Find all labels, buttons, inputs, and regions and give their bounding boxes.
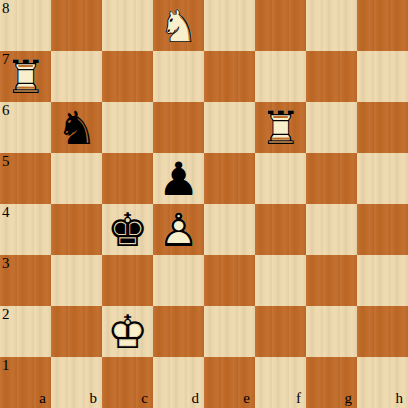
rank-label-2: 2 (2, 307, 10, 322)
file-label-d: d (192, 391, 200, 406)
square-h2[interactable] (357, 306, 408, 357)
file-label-g: g (345, 391, 353, 406)
square-a6[interactable]: 6 (0, 102, 51, 153)
square-f7[interactable] (255, 51, 306, 102)
square-a1[interactable]: 1a (0, 357, 51, 408)
square-e5[interactable] (204, 153, 255, 204)
rank-label-1: 1 (2, 358, 10, 373)
square-f5[interactable] (255, 153, 306, 204)
square-h4[interactable] (357, 204, 408, 255)
square-h8[interactable] (357, 0, 408, 51)
square-b7[interactable] (51, 51, 102, 102)
square-e6[interactable] (204, 102, 255, 153)
rank-label-3: 3 (2, 256, 10, 271)
square-g4[interactable] (306, 204, 357, 255)
square-a7[interactable]: 7♜♖ (0, 51, 51, 102)
rank-label-6: 6 (2, 103, 10, 118)
square-e7[interactable] (204, 51, 255, 102)
square-b4[interactable] (51, 204, 102, 255)
square-d7[interactable] (153, 51, 204, 102)
square-c5[interactable] (102, 153, 153, 204)
square-a4[interactable]: 4 (0, 204, 51, 255)
square-e8[interactable] (204, 0, 255, 51)
square-d5[interactable]: ♟ (153, 153, 204, 204)
rank-label-7: 7 (2, 52, 10, 67)
white-rook-outline-glyph: ♖ (255, 102, 306, 153)
square-c3[interactable] (102, 255, 153, 306)
piece-white-king[interactable]: ♚♔ (102, 306, 153, 357)
square-f4[interactable] (255, 204, 306, 255)
square-a5[interactable]: 5 (0, 153, 51, 204)
square-f6[interactable]: ♜♖ (255, 102, 306, 153)
square-h6[interactable] (357, 102, 408, 153)
file-label-a: a (39, 391, 46, 406)
chessboard: 8♞♘7♜♖6♞♜♖5♟4♚♟♙32♚♔1abcdefgh (0, 0, 408, 408)
square-d4[interactable]: ♟♙ (153, 204, 204, 255)
square-b8[interactable] (51, 0, 102, 51)
square-e1[interactable]: e (204, 357, 255, 408)
piece-white-rook[interactable]: ♜♖ (255, 102, 306, 153)
square-c1[interactable]: c (102, 357, 153, 408)
square-f3[interactable] (255, 255, 306, 306)
square-a8[interactable]: 8 (0, 0, 51, 51)
square-f2[interactable] (255, 306, 306, 357)
square-h5[interactable] (357, 153, 408, 204)
square-c8[interactable] (102, 0, 153, 51)
square-d2[interactable] (153, 306, 204, 357)
white-pawn-outline-glyph: ♙ (153, 204, 204, 255)
rank-label-8: 8 (2, 1, 10, 16)
rank-label-5: 5 (2, 154, 10, 169)
square-g1[interactable]: g (306, 357, 357, 408)
square-b3[interactable] (51, 255, 102, 306)
square-c7[interactable] (102, 51, 153, 102)
square-b2[interactable] (51, 306, 102, 357)
square-a3[interactable]: 3 (0, 255, 51, 306)
rank-label-4: 4 (2, 205, 10, 220)
square-d3[interactable] (153, 255, 204, 306)
piece-white-pawn[interactable]: ♟♙ (153, 204, 204, 255)
square-c4[interactable]: ♚ (102, 204, 153, 255)
black-pawn-glyph: ♟ (153, 153, 204, 204)
piece-black-pawn[interactable]: ♟ (153, 153, 204, 204)
square-h3[interactable] (357, 255, 408, 306)
square-e3[interactable] (204, 255, 255, 306)
square-g2[interactable] (306, 306, 357, 357)
square-h1[interactable]: h (357, 357, 408, 408)
piece-black-knight[interactable]: ♞ (51, 102, 102, 153)
square-f1[interactable]: f (255, 357, 306, 408)
square-a2[interactable]: 2 (0, 306, 51, 357)
square-b1[interactable]: b (51, 357, 102, 408)
file-label-f: f (296, 391, 301, 406)
square-f8[interactable] (255, 0, 306, 51)
square-d1[interactable]: d (153, 357, 204, 408)
square-g3[interactable] (306, 255, 357, 306)
square-e4[interactable] (204, 204, 255, 255)
square-c6[interactable] (102, 102, 153, 153)
square-d6[interactable] (153, 102, 204, 153)
square-g5[interactable] (306, 153, 357, 204)
square-c2[interactable]: ♚♔ (102, 306, 153, 357)
piece-white-knight[interactable]: ♞♘ (153, 0, 204, 51)
square-g8[interactable] (306, 0, 357, 51)
file-label-h: h (396, 391, 404, 406)
file-label-e: e (243, 391, 250, 406)
square-h7[interactable] (357, 51, 408, 102)
square-b6[interactable]: ♞ (51, 102, 102, 153)
square-b5[interactable] (51, 153, 102, 204)
white-king-outline-glyph: ♔ (102, 306, 153, 357)
square-d8[interactable]: ♞♘ (153, 0, 204, 51)
square-g7[interactable] (306, 51, 357, 102)
file-label-b: b (90, 391, 98, 406)
black-king-glyph: ♚ (102, 204, 153, 255)
piece-black-king[interactable]: ♚ (102, 204, 153, 255)
square-g6[interactable] (306, 102, 357, 153)
square-e2[interactable] (204, 306, 255, 357)
black-knight-glyph: ♞ (51, 102, 102, 153)
file-label-c: c (141, 391, 148, 406)
white-knight-outline-glyph: ♘ (153, 0, 204, 51)
chess-diagram: 8♞♘7♜♖6♞♜♖5♟4♚♟♙32♚♔1abcdefgh (0, 0, 408, 408)
